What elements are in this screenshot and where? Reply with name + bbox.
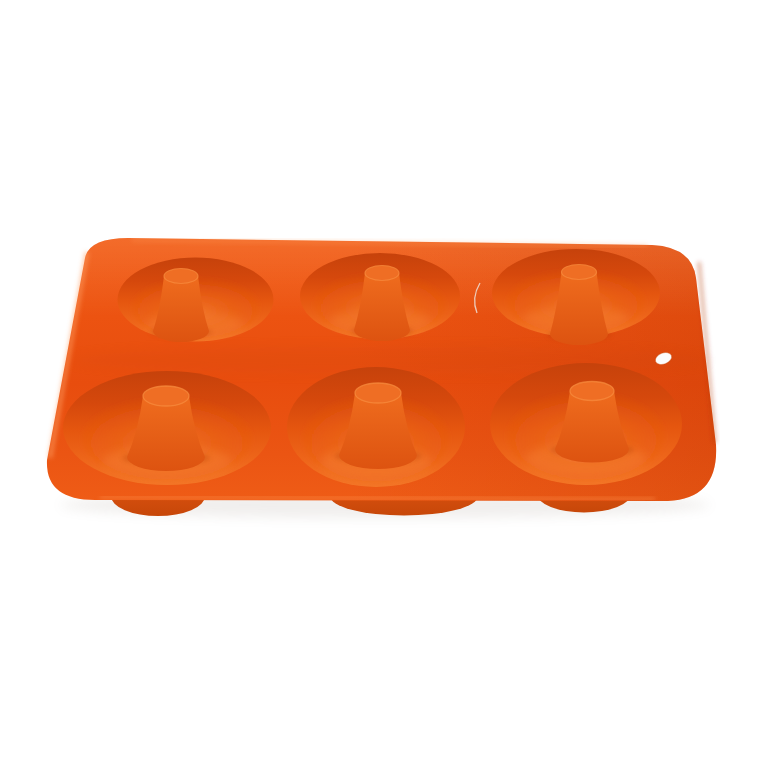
edge-highlight-front [100,497,655,499]
donut-mold-illustration [0,0,768,768]
mold-cavity-4 [63,371,271,485]
mold-cavity-1 [118,258,274,343]
mold-cavity-5 [287,367,465,487]
center-post-top-6 [570,382,614,401]
center-post-top-5 [355,383,401,403]
mold-cavity-6 [490,363,682,485]
product-photo [0,0,768,768]
center-post-top-4 [143,386,189,406]
center-post-top-1 [164,269,198,284]
center-post-top-3 [562,265,597,280]
center-post-top-2 [365,266,399,281]
